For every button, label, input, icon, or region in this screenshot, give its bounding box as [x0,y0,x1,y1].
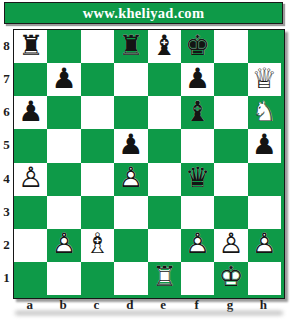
square-d5: ♙♟ [114,129,147,162]
piece-underlay: ♟ [18,164,43,192]
square-b8 [47,30,80,63]
square-a5 [14,129,47,162]
black-queen-icon: ♛ [185,164,210,192]
white-pawn-icon: ♙ [218,230,243,258]
square-b1 [47,262,80,295]
square-a8: ♖♜ [14,30,47,63]
square-c7 [81,63,114,96]
square-c5 [81,129,114,162]
square-d4: ♟♙ [114,163,147,196]
black-pawn-icon: ♟ [252,131,277,159]
square-b7: ♙♟ [47,63,80,96]
black-rook-icon: ♜ [118,32,143,60]
square-g1: ♚♔ [214,262,247,295]
square-b6 [47,96,80,129]
black-pawn-icon: ♟ [118,131,143,159]
square-f4: ♕♛ [181,163,214,196]
black-king-icon: ♚ [185,32,210,60]
square-g7 [214,63,247,96]
square-h2: ♟♙ [248,229,281,262]
drop-shadow [15,311,283,315]
square-a4: ♟♙ [14,163,47,196]
square-g2: ♟♙ [214,229,247,262]
chess-board: ♖♜♖♜♗♝♔♚♙♟♙♟♛♕♙♟♗♝♞♘♙♟♙♟♟♙♟♙♕♛♟♙♝♗♟♙♟♙♟♙… [13,29,285,299]
square-b3 [47,196,80,229]
square-c2: ♝♗ [81,229,114,262]
white-bishop-icon: ♗ [85,230,110,258]
piece-underlay: ♝ [85,230,110,258]
piece-underlay: ♚ [218,263,243,291]
square-d8: ♖♜ [114,30,147,63]
square-a3 [14,196,47,229]
square-f7: ♙♟ [181,63,214,96]
square-h3 [248,196,281,229]
rank-label-6: 6 [1,96,12,129]
piece-underlay: ♟ [218,230,243,258]
square-h4 [248,163,281,196]
square-e8: ♗♝ [148,30,181,63]
white-knight-icon: ♘ [252,98,277,126]
square-c6 [81,96,114,129]
piece-underlay: ♙ [252,131,277,159]
rank-label-5: 5 [1,129,12,162]
square-h1 [248,262,281,295]
square-e5 [148,129,181,162]
square-d7 [114,63,147,96]
square-b4 [47,163,80,196]
piece-underlay: ♙ [185,65,210,93]
square-b2: ♟♙ [47,229,80,262]
square-g4 [214,163,247,196]
square-h8 [248,30,281,63]
rank-label-4: 4 [1,162,12,195]
square-f5 [181,129,214,162]
piece-underlay: ♙ [18,98,43,126]
piece-underlay: ♞ [252,98,277,126]
square-e3 [148,196,181,229]
square-e1: ♜♖ [148,262,181,295]
square-c3 [81,196,114,229]
square-g8 [214,30,247,63]
rank-label-1: 1 [1,262,12,295]
rank-label-2: 2 [1,229,12,262]
site-url-text: www.kheliyad.com [83,5,205,22]
piece-underlay: ♙ [52,65,77,93]
square-h5: ♙♟ [248,129,281,162]
rank-labels: 87654321 [1,29,12,295]
white-pawn-icon: ♙ [185,230,210,258]
white-rook-icon: ♖ [152,263,177,291]
square-f3 [181,196,214,229]
square-e6 [148,96,181,129]
square-h6: ♞♘ [248,96,281,129]
piece-underlay: ♖ [18,32,43,60]
piece-underlay: ♗ [185,98,210,126]
white-king-icon: ♔ [218,263,243,291]
rank-label-8: 8 [1,29,12,62]
square-f2: ♟♙ [181,229,214,262]
piece-underlay: ♟ [252,230,277,258]
square-a1 [14,262,47,295]
square-b5 [47,129,80,162]
square-f1 [181,262,214,295]
piece-underlay: ♟ [185,230,210,258]
piece-underlay: ♕ [185,164,210,192]
site-banner: www.kheliyad.com [4,2,283,24]
white-pawn-icon: ♙ [18,164,43,192]
square-f8: ♔♚ [181,30,214,63]
black-pawn-icon: ♟ [18,98,43,126]
square-e7 [148,63,181,96]
square-h7: ♛♕ [248,63,281,96]
square-a7 [14,63,47,96]
white-pawn-icon: ♙ [118,164,143,192]
black-bishop-icon: ♝ [185,98,210,126]
square-e4 [148,163,181,196]
square-c4 [81,163,114,196]
black-rook-icon: ♜ [18,32,43,60]
square-c1 [81,262,114,295]
white-queen-icon: ♕ [252,65,277,93]
piece-underlay: ♛ [252,65,277,93]
piece-underlay: ♙ [118,131,143,159]
piece-underlay: ♔ [185,32,210,60]
white-pawn-icon: ♙ [52,230,77,258]
square-d1 [114,262,147,295]
square-g6 [214,96,247,129]
piece-underlay: ♗ [152,32,177,60]
black-bishop-icon: ♝ [152,32,177,60]
square-a2 [14,229,47,262]
piece-underlay: ♟ [118,164,143,192]
rank-label-7: 7 [1,62,12,95]
square-d2 [114,229,147,262]
square-d3 [114,196,147,229]
white-pawn-icon: ♙ [252,230,277,258]
square-e2 [148,229,181,262]
black-pawn-icon: ♟ [185,65,210,93]
square-g3 [214,196,247,229]
piece-underlay: ♖ [118,32,143,60]
piece-underlay: ♟ [52,230,77,258]
square-f6: ♗♝ [181,96,214,129]
rank-label-3: 3 [1,195,12,228]
black-pawn-icon: ♟ [52,65,77,93]
square-a6: ♙♟ [14,96,47,129]
square-c8 [81,30,114,63]
square-g5 [214,129,247,162]
board-grid: ♖♜♖♜♗♝♔♚♙♟♙♟♛♕♙♟♗♝♞♘♙♟♙♟♟♙♟♙♕♛♟♙♝♗♟♙♟♙♟♙… [14,30,281,295]
piece-underlay: ♜ [152,263,177,291]
square-d6 [114,96,147,129]
